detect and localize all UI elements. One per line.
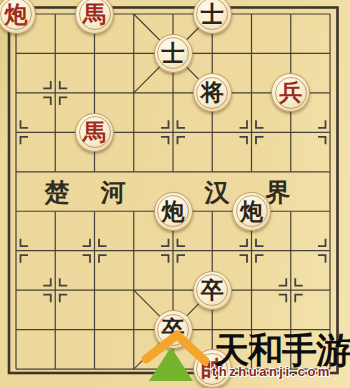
piece-black-general[interactable]: 将 xyxy=(193,73,232,112)
piece-char: 将 xyxy=(201,81,224,104)
piece-char: 兵 xyxy=(279,81,302,104)
piece-char: 士 xyxy=(162,42,185,65)
piece-char: 卒 xyxy=(201,279,224,302)
piece-red-soldier[interactable]: 兵 xyxy=(271,73,310,112)
piece-char: 炮 xyxy=(162,200,185,223)
piece-char: 炮 xyxy=(5,3,28,26)
piece-black-advisor[interactable]: 士 xyxy=(154,34,193,73)
piece-char: 馬 xyxy=(83,3,106,26)
piece-red-horse[interactable]: 馬 xyxy=(75,113,114,152)
xiangqi-board-screen: 楚 河 汉 界 炮馬士士将兵馬炮炮卒卒帥 天和手游 thzhuanji.com xyxy=(0,0,350,388)
watermark-url: thzhuanji.com xyxy=(212,364,332,379)
piece-black-cannon[interactable]: 炮 xyxy=(154,192,193,231)
piece-char: 士 xyxy=(201,3,224,26)
piece-black-cannon[interactable]: 炮 xyxy=(232,192,271,231)
piece-black-soldier[interactable]: 卒 xyxy=(193,271,232,310)
watermark-logo-icon xyxy=(135,325,217,388)
piece-char: 馬 xyxy=(83,121,106,144)
piece-red-horse[interactable]: 馬 xyxy=(75,0,114,34)
piece-red-cannon[interactable]: 炮 xyxy=(0,0,36,34)
piece-black-advisor[interactable]: 士 xyxy=(193,0,232,34)
piece-char: 炮 xyxy=(240,200,263,223)
